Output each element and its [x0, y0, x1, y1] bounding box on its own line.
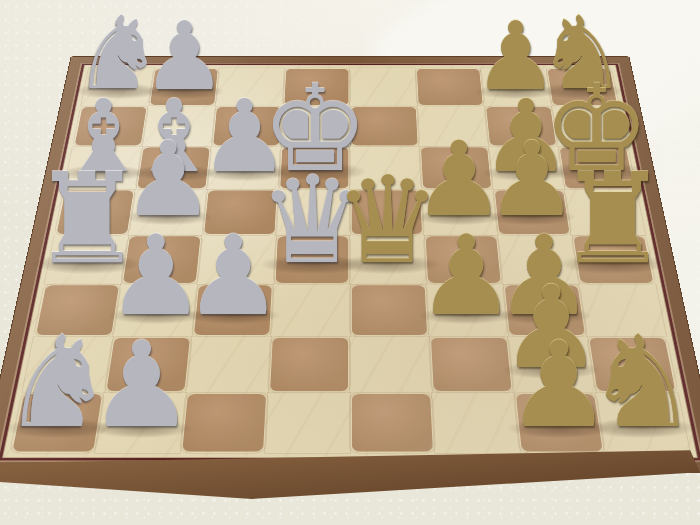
photo-scene: ♞♟♟♞♝♝♟♚♟♚♟♟♟♜♛♛♜♟♟♟♟♟♞♟♟♞	[0, 0, 700, 525]
piece-gold-knight-h1: ♞	[585, 319, 699, 446]
pieces-layer: ♞♟♟♞♝♝♟♚♟♚♟♟♟♜♛♛♜♟♟♟♟♟♞♟♟♞	[0, 0, 700, 525]
piece-silver-pawn-c3: ♟	[184, 221, 283, 331]
piece-silver-pawn-b1: ♟	[88, 326, 194, 444]
